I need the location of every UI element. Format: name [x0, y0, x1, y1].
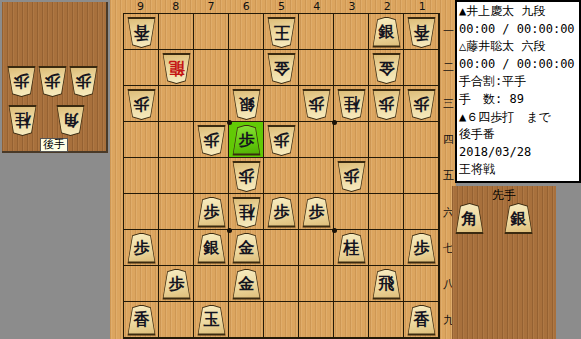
piece-kanji: 金	[233, 270, 260, 298]
gote-hand-row: 桂角	[8, 105, 85, 136]
cell-9-1[interactable]: 香	[124, 14, 159, 50]
board-grid: 香王銀香龍金金歩銀歩桂歩歩歩歩歩歩歩歩桂歩歩歩銀金桂歩歩金飛香玉香	[123, 13, 440, 339]
cell-5-7[interactable]	[264, 230, 299, 266]
cell-9-3[interactable]: 歩	[124, 86, 159, 122]
cell-8-7[interactable]	[159, 230, 194, 266]
file-label-3: 3	[334, 0, 369, 13]
cell-4-1[interactable]	[299, 14, 334, 50]
piece-kanji: 玉	[198, 306, 225, 334]
piece-kanji: 歩	[303, 91, 330, 119]
cell-5-2[interactable]: 金	[264, 50, 299, 86]
piece-kanji: 香	[128, 19, 155, 47]
piece-kanji: 歩	[408, 234, 435, 262]
cell-6-3[interactable]: 銀	[229, 86, 264, 122]
cell-8-4[interactable]	[159, 122, 194, 158]
piece-kanji: 歩	[233, 126, 260, 154]
cell-7-6[interactable]: 歩	[194, 194, 229, 230]
piece-gote-歩[interactable]: 歩	[197, 125, 226, 156]
cell-1-6[interactable]	[404, 194, 439, 230]
piece-kanji: 歩	[163, 270, 190, 298]
cell-7-5[interactable]	[194, 158, 229, 194]
piece-kanji: 歩	[198, 198, 225, 226]
cell-3-7[interactable]: 桂	[334, 230, 369, 266]
move-count-line: 手 数: 89	[459, 91, 577, 109]
piece-kanji: 歩	[70, 68, 97, 96]
cell-1-3[interactable]: 歩	[404, 86, 439, 122]
cell-9-5[interactable]	[124, 158, 159, 194]
cell-7-2[interactable]	[194, 50, 229, 86]
cell-6-9[interactable]	[229, 302, 264, 338]
cell-5-5[interactable]	[264, 158, 299, 194]
cell-3-5[interactable]: 歩	[334, 158, 369, 194]
cell-1-2[interactable]	[404, 50, 439, 86]
piece-gote-歩[interactable]: 歩	[38, 66, 67, 97]
piece-kanji: 龍	[163, 55, 190, 83]
cell-4-5[interactable]	[299, 158, 334, 194]
file-label-2: 2	[370, 0, 405, 13]
cell-6-1[interactable]	[229, 14, 264, 50]
sente-clock: 00:00 / 00:00:00	[459, 21, 577, 39]
piece-kanji: 角	[456, 204, 483, 232]
piece-kanji: 銀	[505, 204, 532, 232]
file-label-4: 4	[299, 0, 334, 13]
piece-sente-金[interactable]: 金	[232, 233, 261, 264]
cell-4-8[interactable]	[299, 266, 334, 302]
piece-kanji: 香	[408, 306, 435, 334]
cell-3-2[interactable]	[334, 50, 369, 86]
cell-5-1[interactable]: 王	[264, 14, 299, 50]
cell-4-7[interactable]	[299, 230, 334, 266]
piece-kanji: 銀	[373, 18, 400, 46]
cell-7-1[interactable]	[194, 14, 229, 50]
piece-gote-歩[interactable]: 歩	[7, 66, 36, 97]
piece-sente-銀[interactable]: 銀	[372, 17, 401, 48]
piece-gote-香[interactable]: 香	[407, 17, 436, 48]
cell-1-5[interactable]	[404, 158, 439, 194]
turn-line: 後手番	[459, 126, 577, 144]
piece-gote-歩[interactable]: 歩	[267, 125, 296, 156]
sente-hand-row: 角銀	[455, 203, 533, 234]
cell-9-9[interactable]: 香	[124, 302, 159, 338]
handicap-line: 手合割:平手	[459, 73, 577, 91]
piece-gote-桂[interactable]: 桂	[8, 105, 37, 136]
cell-1-7[interactable]: 歩	[404, 230, 439, 266]
piece-kanji: 王	[268, 19, 295, 47]
cell-8-3[interactable]	[159, 86, 194, 122]
piece-gote-金[interactable]: 金	[372, 53, 401, 84]
piece-kanji: 歩	[128, 234, 155, 262]
rank-label-2: 二	[441, 49, 456, 85]
cell-2-4[interactable]	[369, 122, 404, 158]
gote-player-name: △藤井聡太 六段	[459, 38, 577, 56]
cell-4-2[interactable]	[299, 50, 334, 86]
cell-5-9[interactable]	[264, 302, 299, 338]
piece-kanji: 金	[373, 55, 400, 83]
piece-kanji: 歩	[8, 68, 35, 96]
piece-sente-歩[interactable]: 歩	[302, 197, 331, 228]
shogi-app: 歩歩歩 桂角 後手 987654321 一二三四五六七八九 香王銀香龍金金歩銀歩…	[0, 0, 581, 339]
piece-kanji: 桂	[233, 199, 260, 227]
piece-sente-歩[interactable]: 歩	[197, 197, 226, 228]
piece-kanji: 香	[128, 306, 155, 334]
cell-7-4[interactable]: 歩	[194, 122, 229, 158]
gote-hand-panel: 歩歩歩 桂角 後手	[2, 2, 108, 153]
rank-label-3: 三	[441, 85, 456, 121]
cell-6-2[interactable]	[229, 50, 264, 86]
piece-sente-香[interactable]: 香	[127, 305, 156, 336]
cell-5-4[interactable]: 歩	[264, 122, 299, 158]
cell-2-7[interactable]	[369, 230, 404, 266]
piece-kanji: 香	[408, 19, 435, 47]
cell-2-2[interactable]: 金	[369, 50, 404, 86]
cell-9-2[interactable]	[124, 50, 159, 86]
piece-gote-香[interactable]: 香	[127, 17, 156, 48]
piece-kanji: 角	[57, 107, 84, 135]
hoshi-dot	[332, 228, 337, 233]
cell-9-8[interactable]	[124, 266, 159, 302]
piece-sente-金[interactable]: 金	[232, 269, 261, 300]
piece-kanji: 桂	[338, 91, 365, 119]
cell-2-8[interactable]: 飛	[369, 266, 404, 302]
piece-kanji: 歩	[408, 91, 435, 119]
piece-gote-歩[interactable]: 歩	[372, 89, 401, 120]
piece-sente-歩[interactable]: 歩	[162, 269, 191, 300]
piece-kanji: 歩	[373, 91, 400, 119]
cell-7-7[interactable]: 銀	[194, 230, 229, 266]
cell-6-7[interactable]: 金	[229, 230, 264, 266]
piece-sente-銀[interactable]: 銀	[197, 233, 226, 264]
cell-5-8[interactable]	[264, 266, 299, 302]
file-label-1: 1	[405, 0, 440, 13]
piece-sente-飛[interactable]: 飛	[372, 269, 401, 300]
piece-gote-龍[interactable]: 龍	[162, 53, 191, 84]
sente-hand-panel: 先手 角銀	[452, 186, 556, 339]
sente-turn-label: 先手	[492, 187, 516, 204]
file-label-6: 6	[229, 0, 264, 13]
cell-4-4[interactable]	[299, 122, 334, 158]
cell-4-3[interactable]: 歩	[299, 86, 334, 122]
piece-gote-歩[interactable]: 歩	[232, 161, 261, 192]
piece-sente-銀[interactable]: 銀	[504, 203, 533, 234]
board: 987654321 一二三四五六七八九 香王銀香龍金金歩銀歩桂歩歩歩歩歩歩歩歩桂…	[110, 0, 456, 339]
piece-kanji: 歩	[338, 163, 365, 191]
piece-sente-歩[interactable]: 歩	[232, 125, 261, 156]
cell-8-5[interactable]	[159, 158, 194, 194]
cell-9-6[interactable]	[124, 194, 159, 230]
cell-1-1[interactable]: 香	[404, 14, 439, 50]
cell-6-5[interactable]: 歩	[229, 158, 264, 194]
piece-gote-王[interactable]: 王	[267, 17, 296, 48]
piece-sente-歩[interactable]: 歩	[127, 233, 156, 264]
cell-3-8[interactable]	[334, 266, 369, 302]
cell-2-5[interactable]	[369, 158, 404, 194]
piece-gote-桂[interactable]: 桂	[337, 89, 366, 120]
piece-kanji: 歩	[268, 198, 295, 226]
piece-kanji: 金	[268, 55, 295, 83]
cell-1-8[interactable]	[404, 266, 439, 302]
piece-sente-香[interactable]: 香	[407, 305, 436, 336]
piece-gote-歩[interactable]: 歩	[69, 66, 98, 97]
gote-hand-row: 歩歩歩	[7, 66, 98, 97]
piece-gote-角[interactable]: 角	[56, 105, 85, 136]
gote-turn-label: 後手	[40, 138, 68, 152]
piece-gote-歩[interactable]: 歩	[127, 89, 156, 120]
cell-8-2[interactable]: 龍	[159, 50, 194, 86]
cell-3-9[interactable]	[334, 302, 369, 338]
piece-sente-桂[interactable]: 桂	[337, 233, 366, 264]
piece-gote-歩[interactable]: 歩	[407, 89, 436, 120]
cell-9-4[interactable]	[124, 122, 159, 158]
cell-8-6[interactable]	[159, 194, 194, 230]
cell-6-4[interactable]: 歩	[229, 122, 264, 158]
cell-3-4[interactable]	[334, 122, 369, 158]
cell-8-9[interactable]	[159, 302, 194, 338]
cell-5-6[interactable]: 歩	[264, 194, 299, 230]
piece-kanji: 桂	[338, 234, 365, 262]
cell-1-4[interactable]	[404, 122, 439, 158]
hoshi-dot	[227, 228, 232, 233]
piece-kanji: 銀	[198, 234, 225, 262]
piece-sente-玉[interactable]: 玉	[197, 305, 226, 336]
cell-2-9[interactable]	[369, 302, 404, 338]
cell-8-1[interactable]	[159, 14, 194, 50]
cell-7-8[interactable]	[194, 266, 229, 302]
piece-gote-歩[interactable]: 歩	[337, 161, 366, 192]
piece-sente-歩[interactable]: 歩	[267, 197, 296, 228]
piece-gote-銀[interactable]: 銀	[232, 89, 261, 120]
piece-kanji: 桂	[9, 107, 36, 135]
cell-6-8[interactable]: 金	[229, 266, 264, 302]
cell-3-3[interactable]: 桂	[334, 86, 369, 122]
cell-5-3[interactable]	[264, 86, 299, 122]
cell-4-9[interactable]	[299, 302, 334, 338]
piece-kanji: 銀	[233, 91, 260, 119]
cell-4-6[interactable]: 歩	[299, 194, 334, 230]
cell-8-8[interactable]: 歩	[159, 266, 194, 302]
file-label-8: 8	[158, 0, 193, 13]
piece-kanji: 歩	[303, 198, 330, 226]
cell-3-1[interactable]	[334, 14, 369, 50]
piece-kanji: 歩	[233, 163, 260, 191]
cell-7-9[interactable]: 玉	[194, 302, 229, 338]
cell-7-3[interactable]	[194, 86, 229, 122]
cell-2-1[interactable]: 銀	[369, 14, 404, 50]
piece-gote-歩[interactable]: 歩	[302, 89, 331, 120]
piece-kanji: 歩	[268, 127, 295, 155]
file-labels: 987654321	[123, 0, 440, 13]
gote-clock: 00:00 / 00:00:00	[459, 56, 577, 74]
event-line: 王将戦	[459, 161, 577, 179]
piece-kanji: 飛	[373, 270, 400, 298]
file-label-7: 7	[193, 0, 228, 13]
hoshi-dot	[332, 120, 337, 125]
cell-2-3[interactable]: 歩	[369, 86, 404, 122]
game-info-panel: ▲井上慶太 九段 00:00 / 00:00:00 △藤井聡太 六段 00:00…	[455, 0, 581, 183]
piece-kanji: 歩	[198, 127, 225, 155]
piece-sente-歩[interactable]: 歩	[407, 233, 436, 264]
cell-2-6[interactable]	[369, 194, 404, 230]
cell-9-7[interactable]: 歩	[124, 230, 159, 266]
file-label-9: 9	[123, 0, 158, 13]
file-label-5: 5	[264, 0, 299, 13]
cell-1-9[interactable]: 香	[404, 302, 439, 338]
piece-gote-金[interactable]: 金	[267, 53, 296, 84]
rank-label-1: 一	[441, 13, 456, 49]
cell-3-6[interactable]	[334, 194, 369, 230]
rank-label-4: 四	[441, 122, 456, 158]
date-line: 2018/03/28	[459, 144, 577, 162]
piece-gote-桂[interactable]: 桂	[232, 197, 261, 228]
piece-sente-角[interactable]: 角	[455, 203, 484, 234]
hoshi-dot	[227, 120, 232, 125]
cell-6-6[interactable]: 桂	[229, 194, 264, 230]
last-move-line: ▲６四歩打 まで	[459, 109, 577, 127]
piece-kanji: 歩	[39, 68, 66, 96]
sente-player-name: ▲井上慶太 九段	[459, 3, 577, 21]
piece-kanji: 金	[233, 234, 260, 262]
piece-kanji: 歩	[128, 91, 155, 119]
